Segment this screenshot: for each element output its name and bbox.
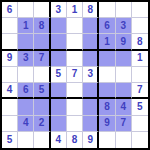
sudoku-cell-r3c5[interactable] (67, 34, 83, 50)
sudoku-cell-r8c2[interactable]: 4 (18, 116, 34, 132)
sudoku-cell-r7c3[interactable] (34, 99, 50, 115)
sudoku-cell-r4c3[interactable]: 7 (34, 51, 50, 67)
sudoku-cell-r7c8[interactable]: 4 (116, 99, 132, 115)
sudoku-cell-r8c9[interactable] (132, 116, 148, 132)
sudoku-cell-r1c7[interactable] (99, 2, 115, 18)
sudoku-cell-r8c8[interactable]: 7 (116, 116, 132, 132)
sudoku-cell-r6c2[interactable]: 6 (18, 83, 34, 99)
sudoku-cell-r7c7[interactable]: 8 (99, 99, 115, 115)
sudoku-cell-r3c9[interactable]: 8 (132, 34, 148, 50)
sudoku-cell-r8c1[interactable] (2, 116, 18, 132)
sudoku-cell-r9c9[interactable] (132, 132, 148, 148)
sudoku-cell-r7c2[interactable] (18, 99, 34, 115)
sudoku-cell-r9c1[interactable]: 5 (2, 132, 18, 148)
sudoku-cell-r1c2[interactable] (18, 2, 34, 18)
sudoku-cell-r7c5[interactable] (67, 99, 83, 115)
sudoku-cell-r9c3[interactable] (34, 132, 50, 148)
sudoku-cell-r5c7[interactable] (99, 67, 115, 83)
sudoku-cell-r9c2[interactable] (18, 132, 34, 148)
sudoku-cell-r6c8[interactable] (116, 83, 132, 99)
sudoku-cell-r3c3[interactable] (34, 34, 50, 50)
sudoku-cell-r2c9[interactable] (132, 18, 148, 34)
sudoku-cell-r6c3[interactable]: 5 (34, 83, 50, 99)
sudoku-cell-r3c4[interactable] (51, 34, 67, 50)
sudoku-cell-r6c6[interactable] (83, 83, 99, 99)
sudoku-cell-r4c4[interactable] (51, 51, 67, 67)
sudoku-cell-r1c6[interactable]: 8 (83, 2, 99, 18)
sudoku-cell-r1c8[interactable] (116, 2, 132, 18)
sudoku-cell-r2c5[interactable] (67, 18, 83, 34)
sudoku-cell-r2c1[interactable] (2, 18, 18, 34)
sudoku-cell-r5c3[interactable] (34, 67, 50, 83)
sudoku-cell-r2c7[interactable]: 6 (99, 18, 115, 34)
sudoku-cell-r5c6[interactable]: 3 (83, 67, 99, 83)
sudoku-cell-r3c7[interactable]: 1 (99, 34, 115, 50)
sudoku-board: 631818631989371573465784542975489 (0, 0, 150, 150)
sudoku-cell-r2c4[interactable] (51, 18, 67, 34)
sudoku-cell-r5c1[interactable] (2, 67, 18, 83)
sudoku-cell-r1c5[interactable]: 1 (67, 2, 83, 18)
sudoku-cell-r5c8[interactable] (116, 67, 132, 83)
sudoku-cell-r4c2[interactable]: 3 (18, 51, 34, 67)
sudoku-cell-r4c7[interactable] (99, 51, 115, 67)
sudoku-cell-r8c4[interactable] (51, 116, 67, 132)
sudoku-cell-r2c2[interactable]: 1 (18, 18, 34, 34)
sudoku-cell-r5c2[interactable] (18, 67, 34, 83)
sudoku-cell-r1c9[interactable] (132, 2, 148, 18)
sudoku-cell-r6c1[interactable]: 4 (2, 83, 18, 99)
sudoku-cell-r9c4[interactable]: 4 (51, 132, 67, 148)
sudoku-cell-r4c9[interactable]: 1 (132, 51, 148, 67)
sudoku-cell-r7c6[interactable] (83, 99, 99, 115)
sudoku-cell-r3c6[interactable] (83, 34, 99, 50)
sudoku-cell-r4c6[interactable] (83, 51, 99, 67)
sudoku-cell-r4c8[interactable] (116, 51, 132, 67)
sudoku-cell-r1c1[interactable]: 6 (2, 2, 18, 18)
sudoku-cell-r3c8[interactable]: 9 (116, 34, 132, 50)
sudoku-cell-r1c4[interactable]: 3 (51, 2, 67, 18)
sudoku-cell-r8c7[interactable]: 9 (99, 116, 115, 132)
sudoku-cell-r8c3[interactable]: 2 (34, 116, 50, 132)
sudoku-cell-r6c9[interactable]: 7 (132, 83, 148, 99)
sudoku-cell-r7c4[interactable] (51, 99, 67, 115)
sudoku-cell-r7c1[interactable] (2, 99, 18, 115)
sudoku-cell-r3c2[interactable] (18, 34, 34, 50)
sudoku-cell-r6c7[interactable] (99, 83, 115, 99)
sudoku-cell-r8c5[interactable] (67, 116, 83, 132)
sudoku-cell-r5c4[interactable]: 5 (51, 67, 67, 83)
sudoku-cell-r1c3[interactable] (34, 2, 50, 18)
sudoku-cell-r9c8[interactable] (116, 132, 132, 148)
sudoku-cell-r9c7[interactable] (99, 132, 115, 148)
sudoku-cell-r8c6[interactable] (83, 116, 99, 132)
sudoku-cell-r3c1[interactable] (2, 34, 18, 50)
sudoku-cell-r5c5[interactable]: 7 (67, 67, 83, 83)
sudoku-cell-r6c4[interactable] (51, 83, 67, 99)
sudoku-cell-r2c6[interactable] (83, 18, 99, 34)
sudoku-cell-r2c8[interactable]: 3 (116, 18, 132, 34)
sudoku-cell-r5c9[interactable] (132, 67, 148, 83)
sudoku-cell-r4c5[interactable] (67, 51, 83, 67)
sudoku-cell-r6c5[interactable] (67, 83, 83, 99)
sudoku-cell-r7c9[interactable]: 5 (132, 99, 148, 115)
sudoku-cell-r9c6[interactable]: 9 (83, 132, 99, 148)
sudoku-cell-r2c3[interactable]: 8 (34, 18, 50, 34)
sudoku-cell-r9c5[interactable]: 8 (67, 132, 83, 148)
sudoku-cell-r4c1[interactable]: 9 (2, 51, 18, 67)
